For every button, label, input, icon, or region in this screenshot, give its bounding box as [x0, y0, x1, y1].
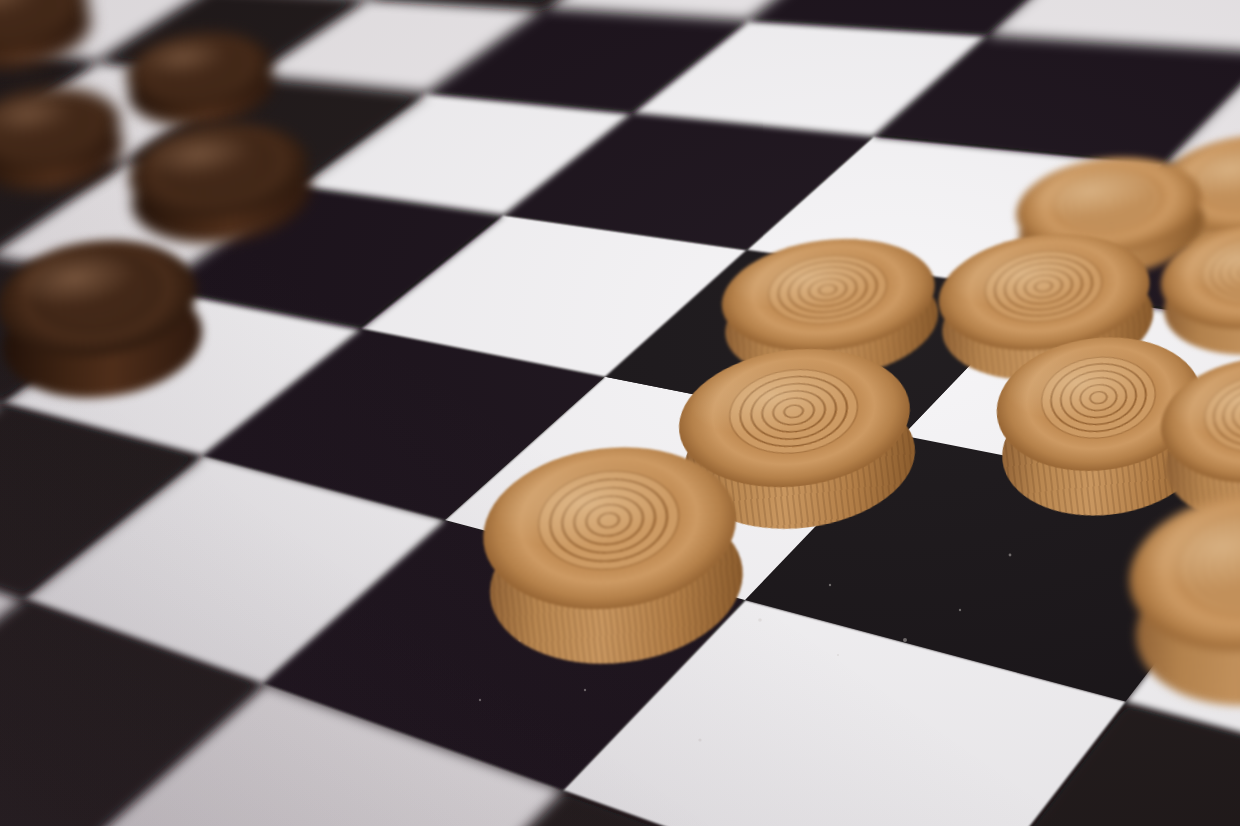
checker-piece-dark[interactable] — [123, 113, 316, 252]
checker-piece-light[interactable] — [1120, 480, 1240, 718]
checker-piece-dark[interactable] — [0, 229, 209, 408]
checker-piece-dark[interactable] — [122, 24, 278, 133]
checkers-photo-scene — [0, 0, 1240, 826]
checker-piece-dark[interactable] — [0, 79, 128, 199]
checker-piece-dark[interactable] — [0, 0, 96, 77]
pieces-layer — [0, 0, 1240, 826]
checker-piece-light[interactable] — [474, 433, 752, 677]
